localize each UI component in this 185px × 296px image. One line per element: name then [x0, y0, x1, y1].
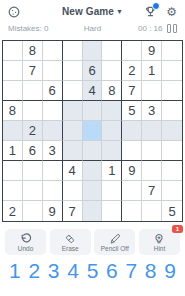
- numpad-4[interactable]: 4: [67, 260, 79, 281]
- cell-r6c7[interactable]: [122, 141, 142, 161]
- pencil-button[interactable]: Pencil Off: [94, 229, 135, 255]
- cell-r9c7[interactable]: [122, 201, 142, 221]
- chevron-down-icon: ▼: [116, 8, 123, 15]
- cell-r3c7[interactable]: 7: [122, 81, 142, 101]
- cell-r4c6[interactable]: [102, 101, 122, 121]
- cell-r3c9[interactable]: [162, 81, 182, 101]
- cell-r7c2[interactable]: [23, 161, 43, 181]
- cell-r2c9[interactable]: [162, 61, 182, 81]
- cell-r3c3[interactable]: 6: [43, 81, 63, 101]
- cell-r4c8[interactable]: 3: [142, 101, 162, 121]
- cell-r2c8[interactable]: 1: [142, 61, 162, 81]
- numpad-1[interactable]: 1: [9, 260, 21, 281]
- cell-r7c4[interactable]: 4: [63, 161, 83, 181]
- sudoku-board: 8976216487853216341972975: [2, 40, 183, 222]
- cell-r5c2[interactable]: 2: [23, 121, 43, 141]
- numpad-3[interactable]: 3: [48, 260, 60, 281]
- cell-r5c6[interactable]: [102, 121, 122, 141]
- numpad-5[interactable]: 5: [87, 260, 99, 281]
- pencil-label: Pencil Off: [101, 246, 129, 253]
- numpad-9[interactable]: 9: [164, 260, 176, 281]
- erase-label: Erase: [62, 246, 79, 253]
- cell-r1c3[interactable]: [43, 41, 63, 61]
- cell-r2c3[interactable]: [43, 61, 63, 81]
- cell-r2c1[interactable]: [3, 61, 23, 81]
- cell-r6c9[interactable]: [162, 141, 182, 161]
- cell-r2c7[interactable]: 2: [122, 61, 142, 81]
- cell-r6c4[interactable]: [63, 141, 83, 161]
- cell-r7c9[interactable]: [162, 161, 182, 181]
- undo-icon: [20, 232, 32, 245]
- cell-r5c7[interactable]: [122, 121, 142, 141]
- cell-r1c5[interactable]: [83, 41, 103, 61]
- cell-r3c2[interactable]: [23, 81, 43, 101]
- cell-r3c1[interactable]: [3, 81, 23, 101]
- cell-r5c3[interactable]: [43, 121, 63, 141]
- trophy-icon[interactable]: [144, 5, 157, 18]
- numpad-7[interactable]: 7: [125, 260, 137, 281]
- cell-r7c5[interactable]: [83, 161, 103, 181]
- cell-r6c2[interactable]: 6: [23, 141, 43, 161]
- cell-r8c2[interactable]: [23, 181, 43, 201]
- cell-r2c4[interactable]: [63, 61, 83, 81]
- header-bar: New Game▼ ⚙: [0, 0, 185, 20]
- cell-r1c9[interactable]: [162, 41, 182, 61]
- cell-r5c9[interactable]: [162, 121, 182, 141]
- cell-r1c1[interactable]: [3, 41, 23, 61]
- numpad-2[interactable]: 2: [28, 260, 40, 281]
- toolbar: Undo Erase Pencil Off 1: [0, 229, 185, 255]
- cell-r8c5[interactable]: [83, 181, 103, 201]
- numpad-6[interactable]: 6: [106, 260, 118, 281]
- hint-button[interactable]: 1 Hint: [139, 229, 180, 255]
- hint-badge: 1: [172, 225, 183, 233]
- cell-r8c1[interactable]: [3, 181, 23, 201]
- cell-r6c5[interactable]: [83, 141, 103, 161]
- cell-r7c7[interactable]: 9: [122, 161, 142, 181]
- cell-r6c3[interactable]: 3: [43, 141, 63, 161]
- eraser-icon: [64, 232, 76, 245]
- numpad-8[interactable]: 8: [145, 260, 157, 281]
- cell-r9c2[interactable]: [23, 201, 43, 221]
- lightbulb-icon: [153, 232, 165, 245]
- cell-r5c1[interactable]: [3, 121, 23, 141]
- gear-icon[interactable]: ⚙: [166, 6, 177, 18]
- cell-r2c2[interactable]: 7: [23, 61, 43, 81]
- status-bar: Mistakes: 0 Hard 00 : 16: [0, 20, 185, 36]
- timer: 00 : 16: [138, 24, 162, 33]
- cell-r4c7[interactable]: 5: [122, 101, 142, 121]
- cell-r9c3[interactable]: 9: [43, 201, 63, 221]
- undo-button[interactable]: Undo: [5, 229, 46, 255]
- cell-r8c3[interactable]: [43, 181, 63, 201]
- cell-r1c2[interactable]: 8: [23, 41, 43, 61]
- erase-button[interactable]: Erase: [50, 229, 91, 255]
- cell-r9c4[interactable]: 7: [63, 201, 83, 221]
- cell-r9c8[interactable]: [142, 201, 162, 221]
- cell-r4c5[interactable]: [83, 101, 103, 121]
- new-game-label: New Game: [62, 6, 114, 17]
- pause-icon[interactable]: [167, 24, 178, 33]
- cell-r3c4[interactable]: [63, 81, 83, 101]
- notification-dot: [152, 2, 160, 10]
- cell-r9c9[interactable]: 5: [162, 201, 182, 221]
- cell-r1c6[interactable]: [102, 41, 122, 61]
- cell-r6c8[interactable]: [142, 141, 162, 161]
- cell-r2c5[interactable]: 6: [83, 61, 103, 81]
- cell-r3c5[interactable]: 4: [83, 81, 103, 101]
- cell-r5c8[interactable]: [142, 121, 162, 141]
- hint-label: Hint: [154, 246, 166, 253]
- cell-r5c5[interactable]: [83, 121, 103, 141]
- cell-r1c7[interactable]: [122, 41, 142, 61]
- cell-r4c3[interactable]: [43, 101, 63, 121]
- cell-r7c8[interactable]: [142, 161, 162, 181]
- cell-r4c9[interactable]: [162, 101, 182, 121]
- cell-r5c4[interactable]: [63, 121, 83, 141]
- cell-r2c6[interactable]: [102, 61, 122, 81]
- cell-r7c6[interactable]: 1: [102, 161, 122, 181]
- cell-r4c2[interactable]: [23, 101, 43, 121]
- cell-r1c8[interactable]: 9: [142, 41, 162, 61]
- cell-r9c1[interactable]: 2: [3, 201, 23, 221]
- cell-r9c6[interactable]: [102, 201, 122, 221]
- cell-r4c1[interactable]: 8: [3, 101, 23, 121]
- pencil-icon: [109, 232, 121, 245]
- numpad: 123456789: [0, 260, 185, 281]
- cell-r3c8[interactable]: [142, 81, 162, 101]
- cell-r8c9[interactable]: [162, 181, 182, 201]
- cell-r3c6[interactable]: 8: [102, 81, 122, 101]
- cell-r7c1[interactable]: [3, 161, 23, 181]
- cell-r4c4[interactable]: [63, 101, 83, 121]
- cell-r8c8[interactable]: 7: [142, 181, 162, 201]
- cell-r8c6[interactable]: [102, 181, 122, 201]
- undo-label: Undo: [18, 246, 34, 253]
- cell-r6c6[interactable]: [102, 141, 122, 161]
- cell-r7c3[interactable]: [43, 161, 63, 181]
- cell-r8c4[interactable]: [63, 181, 83, 201]
- cell-r8c7[interactable]: [122, 181, 142, 201]
- cell-r1c4[interactable]: [63, 41, 83, 61]
- cell-r9c5[interactable]: [83, 201, 103, 221]
- cell-r6c1[interactable]: 1: [3, 141, 23, 161]
